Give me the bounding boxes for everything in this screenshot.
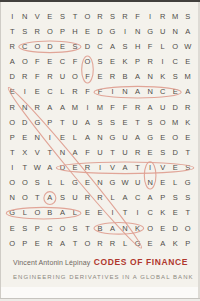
- grid-cell-r2c13: U: [156, 24, 169, 39]
- grid-cell-r7c6: M: [69, 100, 82, 115]
- grid-cell-r5c14: S: [169, 70, 182, 85]
- grid-cell-r5c12: N: [144, 70, 157, 85]
- grid-cell-r5c6: O: [69, 70, 82, 85]
- author-name: Vincent Antonin Lépinay: [13, 259, 90, 266]
- grid-cell-r8c14: M: [169, 115, 182, 130]
- grid-cell-r9c6: L: [69, 130, 82, 145]
- grid-cell-r10c6: A: [69, 145, 82, 160]
- grid-cell-r12c11: U: [131, 175, 144, 190]
- grid-cell-r4c15: E: [181, 54, 194, 69]
- grid-cell-r5c7: F: [81, 70, 94, 85]
- grid-cell-r14c3: O: [31, 206, 44, 221]
- grid-cell-r9c7: A: [81, 130, 94, 145]
- grid-cell-r13c3: T: [31, 191, 44, 206]
- grid-cell-r15c15: O: [181, 221, 194, 236]
- grid-cell-r16c3: E: [31, 236, 44, 251]
- grid-cell-r8c4: P: [44, 115, 57, 130]
- grid-cell-r12c5: L: [56, 175, 69, 190]
- grid-cell-r1c9: S: [106, 9, 119, 24]
- grid-cell-r11c8: I: [94, 160, 107, 175]
- grid-cell-r1c8: R: [94, 9, 107, 24]
- book-subtitle: ENGINEERING DERIVATIVES IN A GLOBAL BANK: [13, 274, 194, 280]
- grid-cell-r10c3: V: [31, 145, 44, 160]
- grid-cell-r9c5: E: [56, 130, 69, 145]
- grid-cell-r13c9: L: [106, 191, 119, 206]
- grid-cell-r6c12: N: [144, 85, 157, 100]
- word-search-grid: INVESTORSRFIRMSTSROPHEDGINGUNARCODESDCAS…: [6, 9, 194, 251]
- grid-cell-r16c14: K: [169, 236, 182, 251]
- grid-cell-r4c8: S: [94, 54, 107, 69]
- grid-cell-r8c10: E: [119, 115, 132, 130]
- grid-cell-r3c13: L: [156, 39, 169, 54]
- grid-cell-r15c5: O: [56, 221, 69, 236]
- grid-cell-r8c13: O: [156, 115, 169, 130]
- grid-cell-r6c5: L: [56, 85, 69, 100]
- grid-cell-r1c6: T: [69, 9, 82, 24]
- grid-cell-r8c7: A: [81, 115, 94, 130]
- page-edge-strip: [1, 287, 198, 298]
- grid-cell-r12c6: G: [69, 175, 82, 190]
- grid-cell-r3c4: D: [44, 39, 57, 54]
- grid-cell-r10c1: T: [6, 145, 19, 160]
- grid-cell-r14c14: E: [169, 206, 182, 221]
- grid-cell-r6c2: I: [19, 85, 32, 100]
- grid-cell-r5c8: E: [94, 70, 107, 85]
- grid-cell-r11c4: A: [44, 160, 57, 175]
- grid-cell-r7c14: D: [169, 100, 182, 115]
- grid-cell-r15c6: S: [69, 221, 82, 236]
- grid-cell-r1c12: I: [144, 9, 157, 24]
- grid-cell-r4c12: R: [144, 54, 157, 69]
- grid-cell-r9c4: I: [44, 130, 57, 145]
- grid-cell-r12c13: E: [156, 175, 169, 190]
- grid-cell-r11c15: S: [181, 160, 194, 175]
- book-cover: INVESTORSRFIRMSTSROPHEDGINGUNARCODESDCAS…: [0, 0, 200, 301]
- grid-cell-r16c8: R: [94, 236, 107, 251]
- grid-cell-r12c9: G: [106, 175, 119, 190]
- grid-cell-r11c1: I: [6, 160, 19, 175]
- grid-cell-r11c11: T: [131, 160, 144, 175]
- grid-cell-r14c10: T: [119, 206, 132, 221]
- grid-cell-r7c2: N: [19, 100, 32, 115]
- grid-cell-r12c8: N: [94, 175, 107, 190]
- grid-cell-r15c11: K: [131, 221, 144, 236]
- grid-cell-r8c6: U: [69, 115, 82, 130]
- grid-cell-r9c11: A: [131, 130, 144, 145]
- grid-cell-r16c4: R: [44, 236, 57, 251]
- grid-cell-r1c3: V: [31, 9, 44, 24]
- grid-cell-r5c4: R: [44, 70, 57, 85]
- grid-cell-r11c7: R: [81, 160, 94, 175]
- grid-cell-r3c1: R: [6, 39, 19, 54]
- grid-cell-r15c3: P: [31, 221, 44, 236]
- grid-cell-r14c11: I: [131, 206, 144, 221]
- grid-cell-r13c14: S: [169, 191, 182, 206]
- cover-left-edge: [0, 2, 1, 301]
- grid-cell-r12c3: S: [31, 175, 44, 190]
- grid-cell-r11c12: I: [144, 160, 157, 175]
- grid-cell-r5c9: R: [106, 70, 119, 85]
- grid-cell-r13c1: N: [6, 191, 19, 206]
- grid-cell-r4c4: E: [44, 54, 57, 69]
- grid-cell-r10c14: D: [169, 145, 182, 160]
- grid-cell-r4c7: O: [81, 54, 94, 69]
- grid-cell-r5c15: M: [181, 70, 194, 85]
- grid-cell-r13c12: A: [144, 191, 157, 206]
- grid-cell-r6c13: C: [156, 85, 169, 100]
- grid-cell-r12c4: L: [44, 175, 57, 190]
- grid-cell-r4c5: C: [56, 54, 69, 69]
- grid-cell-r1c11: F: [131, 9, 144, 24]
- grid-cell-r16c6: T: [69, 236, 82, 251]
- grid-cell-r11c14: E: [169, 160, 182, 175]
- grid-cell-r6c7: F: [81, 85, 94, 100]
- grid-cell-r7c1: R: [6, 100, 19, 115]
- grid-cell-r6c8: F: [94, 85, 107, 100]
- grid-cell-r16c15: P: [181, 236, 194, 251]
- grid-cell-r9c14: O: [169, 130, 182, 145]
- grid-cell-r8c9: S: [106, 115, 119, 130]
- grid-cell-r8c5: T: [56, 115, 69, 130]
- grid-cell-r7c7: I: [81, 100, 94, 115]
- grid-cell-r6c4: C: [44, 85, 57, 100]
- grid-cell-r13c2: O: [19, 191, 32, 206]
- grid-cell-r2c14: N: [169, 24, 182, 39]
- grid-cell-r14c8: E: [94, 206, 107, 221]
- grid-cell-r12c15: G: [181, 175, 194, 190]
- grid-cell-r7c15: R: [181, 100, 194, 115]
- grid-cell-r3c12: F: [144, 39, 157, 54]
- grid-cell-r5c13: K: [156, 70, 169, 85]
- grid-cell-r1c1: I: [6, 9, 19, 24]
- grid-cell-r2c8: D: [94, 24, 107, 39]
- grid-cell-r15c13: E: [156, 221, 169, 236]
- grid-cell-r10c8: U: [94, 145, 107, 160]
- grid-cell-r4c14: C: [169, 54, 182, 69]
- grid-cell-r9c13: E: [156, 130, 169, 145]
- grid-cell-r13c15: S: [181, 191, 194, 206]
- grid-cell-r11c9: V: [106, 160, 119, 175]
- grid-cell-r12c1: O: [6, 175, 19, 190]
- grid-cell-r13c10: A: [119, 191, 132, 206]
- grid-cell-r1c14: M: [169, 9, 182, 24]
- grid-cell-r1c5: S: [56, 9, 69, 24]
- grid-cell-r13c5: S: [56, 191, 69, 206]
- grid-cell-r13c8: R: [94, 191, 107, 206]
- grid-cell-r12c7: E: [81, 175, 94, 190]
- grid-cell-r12c10: W: [119, 175, 132, 190]
- grid-cell-r3c11: H: [131, 39, 144, 54]
- grid-cell-r7c9: F: [106, 100, 119, 115]
- grid-cell-r10c10: U: [119, 145, 132, 160]
- grid-cell-r6c9: I: [106, 85, 119, 100]
- grid-cell-r16c12: E: [144, 236, 157, 251]
- grid-cell-r2c4: O: [44, 24, 57, 39]
- grid-cell-r16c13: A: [156, 236, 169, 251]
- grid-cell-r15c4: C: [44, 221, 57, 236]
- grid-cell-r1c15: S: [181, 9, 194, 24]
- grid-cell-r16c10: L: [119, 236, 132, 251]
- grid-cell-r11c10: A: [119, 160, 132, 175]
- grid-cell-r9c15: E: [181, 130, 194, 145]
- grid-cell-r4c3: F: [31, 54, 44, 69]
- grid-cell-r15c2: S: [19, 221, 32, 236]
- grid-cell-r14c4: B: [44, 206, 57, 221]
- grid-cell-r6c15: A: [181, 85, 194, 100]
- grid-cell-r9c12: G: [144, 130, 157, 145]
- grid-cell-r8c8: S: [94, 115, 107, 130]
- grid-cell-r4c11: P: [131, 54, 144, 69]
- grid-cell-r2c3: R: [31, 24, 44, 39]
- grid-cell-r14c15: T: [181, 206, 194, 221]
- grid-cell-r9c3: N: [31, 130, 44, 145]
- grid-cell-r7c3: R: [31, 100, 44, 115]
- grid-cell-r4c9: E: [106, 54, 119, 69]
- grid-cell-r7c4: A: [44, 100, 57, 115]
- grid-cell-r14c1: G: [6, 206, 19, 221]
- grid-cell-r10c4: T: [44, 145, 57, 160]
- grid-cell-r8c2: D: [19, 115, 32, 130]
- grid-cell-r12c2: O: [19, 175, 32, 190]
- grid-cell-r10c13: S: [156, 145, 169, 160]
- grid-cell-r4c1: A: [6, 54, 19, 69]
- grid-cell-r2c2: S: [19, 24, 32, 39]
- grid-cell-r7c8: M: [94, 100, 107, 115]
- grid-cell-r7c10: F: [119, 100, 132, 115]
- grid-cell-r2c6: H: [69, 24, 82, 39]
- grid-cell-r8c12: S: [144, 115, 157, 130]
- grid-cell-r16c2: P: [19, 236, 32, 251]
- grid-cell-r2c9: G: [106, 24, 119, 39]
- grid-cell-r7c13: U: [156, 100, 169, 115]
- grid-cell-r11c5: D: [56, 160, 69, 175]
- grid-cell-r8c15: K: [181, 115, 194, 130]
- grid-cell-r10c9: T: [106, 145, 119, 160]
- grid-cell-r6c10: N: [119, 85, 132, 100]
- grid-cell-r6c1: E: [6, 85, 19, 100]
- grid-cell-r3c15: W: [181, 39, 194, 54]
- grid-cell-r16c5: A: [56, 236, 69, 251]
- grid-cell-r14c2: L: [19, 206, 32, 221]
- grid-cell-r12c12: N: [144, 175, 157, 190]
- grid-cell-r14c13: K: [156, 206, 169, 221]
- grid-cell-r6c14: E: [169, 85, 182, 100]
- grid-cell-r6c3: E: [31, 85, 44, 100]
- grid-cell-r4c6: F: [69, 54, 82, 69]
- grid-cell-r6c11: A: [131, 85, 144, 100]
- grid-cell-r5c10: B: [119, 70, 132, 85]
- grid-cell-r2c7: E: [81, 24, 94, 39]
- grid-cell-r4c13: I: [156, 54, 169, 69]
- grid-cell-r14c6: L: [69, 206, 82, 221]
- grid-cell-r5c11: A: [131, 70, 144, 85]
- grid-cell-r8c11: T: [131, 115, 144, 130]
- grid-cell-r9c10: U: [119, 130, 132, 145]
- grid-cell-r7c12: A: [144, 100, 157, 115]
- grid-cell-r10c15: T: [181, 145, 194, 160]
- grid-cell-r9c2: E: [19, 130, 32, 145]
- grid-cell-r16c11: G: [131, 236, 144, 251]
- grid-cell-r13c7: R: [81, 191, 94, 206]
- grid-cell-r13c13: P: [156, 191, 169, 206]
- grid-cell-r16c7: O: [81, 236, 94, 251]
- grid-cell-r8c3: G: [31, 115, 44, 130]
- grid-cell-r14c9: I: [106, 206, 119, 221]
- grid-cell-r13c6: U: [69, 191, 82, 206]
- grid-cell-r13c11: C: [131, 191, 144, 206]
- grid-cell-r7c11: R: [131, 100, 144, 115]
- grid-cell-r6c6: R: [69, 85, 82, 100]
- grid-cell-r3c9: A: [106, 39, 119, 54]
- grid-cell-r2c12: G: [144, 24, 157, 39]
- grid-cell-r10c11: R: [131, 145, 144, 160]
- grid-cell-r9c1: P: [6, 130, 19, 145]
- grid-cell-r3c2: C: [19, 39, 32, 54]
- grid-cell-r16c1: O: [6, 236, 19, 251]
- byline-row: Vincent Antonin Lépinay CODES OF FINANCE: [13, 257, 188, 270]
- grid-cell-r1c7: O: [81, 9, 94, 24]
- grid-cell-r15c8: B: [94, 221, 107, 236]
- grid-cell-r3c5: E: [56, 39, 69, 54]
- grid-cell-r7c5: A: [56, 100, 69, 115]
- grid-cell-r4c10: K: [119, 54, 132, 69]
- grid-cell-r4c2: O: [19, 54, 32, 69]
- grid-cell-r14c12: C: [144, 206, 157, 221]
- grid-cell-r5c5: U: [56, 70, 69, 85]
- grid-cell-r15c14: D: [169, 221, 182, 236]
- grid-cell-r11c2: T: [19, 160, 32, 175]
- grid-cell-r14c7: E: [81, 206, 94, 221]
- grid-cell-r10c7: F: [81, 145, 94, 160]
- grid-cell-r14c5: A: [56, 206, 69, 221]
- grid-cell-r16c9: R: [106, 236, 119, 251]
- grid-cell-r5c2: R: [19, 70, 32, 85]
- book-title: CODES OF FINANCE: [94, 257, 188, 267]
- grid-cell-r2c11: N: [131, 24, 144, 39]
- grid-cell-r2c10: I: [119, 24, 132, 39]
- grid-cell-r2c15: A: [181, 24, 194, 39]
- grid-cell-r1c2: N: [19, 9, 32, 24]
- cover-right-edge: [198, 2, 200, 301]
- grid-cell-r3c3: O: [31, 39, 44, 54]
- grid-cell-r15c9: A: [106, 221, 119, 236]
- grid-cell-r15c7: T: [81, 221, 94, 236]
- grid-cell-r11c13: V: [156, 160, 169, 175]
- grid-cell-r1c4: E: [44, 9, 57, 24]
- grid-cell-r2c5: P: [56, 24, 69, 39]
- grid-cell-r1c10: R: [119, 9, 132, 24]
- grid-cell-r1c13: R: [156, 9, 169, 24]
- grid-cell-r5c1: D: [6, 70, 19, 85]
- grid-cell-r5c3: F: [31, 70, 44, 85]
- grid-cell-r13c4: A: [44, 191, 57, 206]
- grid-cell-r8c1: O: [6, 115, 19, 130]
- grid-cell-r3c8: C: [94, 39, 107, 54]
- grid-cell-r15c10: N: [119, 221, 132, 236]
- grid-cell-r2c1: T: [6, 24, 19, 39]
- grid-cell-r11c3: W: [31, 160, 44, 175]
- grid-cell-r10c2: X: [19, 145, 32, 160]
- grid-cell-r12c14: L: [169, 175, 182, 190]
- grid-cell-r3c14: O: [169, 39, 182, 54]
- grid-cell-r10c12: E: [144, 145, 157, 160]
- grid-cell-r11c6: E: [69, 160, 82, 175]
- grid-cell-r15c12: O: [144, 221, 157, 236]
- grid-cell-r3c6: S: [69, 39, 82, 54]
- grid-cell-r9c8: N: [94, 130, 107, 145]
- grid-cell-r15c1: E: [6, 221, 19, 236]
- grid-cell-r3c7: D: [81, 39, 94, 54]
- grid-cell-r9c9: G: [106, 130, 119, 145]
- grid-cell-r3c10: S: [119, 39, 132, 54]
- grid-cell-r10c5: N: [56, 145, 69, 160]
